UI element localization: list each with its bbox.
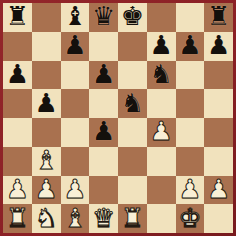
square-h3[interactable] <box>204 147 233 176</box>
square-e2[interactable] <box>118 176 147 205</box>
piece-white-knight[interactable]: ♞ <box>34 205 57 231</box>
piece-white-bishop[interactable]: ♝ <box>34 147 57 173</box>
square-d8[interactable]: ♛ <box>89 3 118 32</box>
chess-board-frame: ♜♝♛♚♜♟♟♟♟♟♟♞♟♞♟♟♝♟♟♟♟♟♜♞♝♛♜♚ <box>0 0 236 236</box>
square-e7[interactable] <box>118 32 147 61</box>
square-g2[interactable]: ♟ <box>176 176 205 205</box>
square-c8[interactable]: ♝ <box>61 3 90 32</box>
square-e8[interactable]: ♚ <box>118 3 147 32</box>
square-d3[interactable] <box>89 147 118 176</box>
piece-black-queen[interactable]: ♛ <box>92 3 115 29</box>
square-e1[interactable]: ♜ <box>118 204 147 233</box>
square-g8[interactable] <box>176 3 205 32</box>
square-a5[interactable] <box>3 89 32 118</box>
square-h7[interactable]: ♟ <box>204 32 233 61</box>
square-f4[interactable]: ♟ <box>147 118 176 147</box>
square-a8[interactable]: ♜ <box>3 3 32 32</box>
square-d5[interactable] <box>89 89 118 118</box>
square-d7[interactable] <box>89 32 118 61</box>
square-c2[interactable]: ♟ <box>61 176 90 205</box>
square-d2[interactable] <box>89 176 118 205</box>
piece-black-pawn[interactable]: ♟ <box>34 90 57 116</box>
square-f1[interactable] <box>147 204 176 233</box>
square-e4[interactable] <box>118 118 147 147</box>
square-g1[interactable]: ♚ <box>176 204 205 233</box>
piece-white-bishop[interactable]: ♝ <box>63 205 86 231</box>
square-b1[interactable]: ♞ <box>32 204 61 233</box>
piece-black-pawn[interactable]: ♟ <box>63 32 86 58</box>
square-c3[interactable] <box>61 147 90 176</box>
square-g7[interactable]: ♟ <box>176 32 205 61</box>
square-d4[interactable]: ♟ <box>89 118 118 147</box>
piece-black-knight[interactable]: ♞ <box>149 61 172 87</box>
piece-black-rook[interactable]: ♜ <box>207 3 230 29</box>
square-c7[interactable]: ♟ <box>61 32 90 61</box>
square-b8[interactable] <box>32 3 61 32</box>
piece-black-rook[interactable]: ♜ <box>6 3 29 29</box>
piece-black-pawn[interactable]: ♟ <box>6 61 29 87</box>
piece-white-rook[interactable]: ♜ <box>6 205 29 231</box>
square-g3[interactable] <box>176 147 205 176</box>
square-f8[interactable] <box>147 3 176 32</box>
piece-black-king[interactable]: ♚ <box>121 3 144 29</box>
square-c5[interactable] <box>61 89 90 118</box>
square-d1[interactable]: ♛ <box>89 204 118 233</box>
square-a2[interactable]: ♟ <box>3 176 32 205</box>
square-h6[interactable] <box>204 61 233 90</box>
square-c6[interactable] <box>61 61 90 90</box>
piece-black-pawn[interactable]: ♟ <box>149 32 172 58</box>
square-a3[interactable] <box>3 147 32 176</box>
square-h1[interactable] <box>204 204 233 233</box>
piece-white-king[interactable]: ♚ <box>178 205 201 231</box>
square-g5[interactable] <box>176 89 205 118</box>
square-d6[interactable]: ♟ <box>89 61 118 90</box>
piece-black-pawn[interactable]: ♟ <box>207 32 230 58</box>
piece-white-pawn[interactable]: ♟ <box>63 176 86 202</box>
square-f7[interactable]: ♟ <box>147 32 176 61</box>
piece-black-pawn[interactable]: ♟ <box>178 32 201 58</box>
square-f2[interactable] <box>147 176 176 205</box>
square-b3[interactable]: ♝ <box>32 147 61 176</box>
square-f6[interactable]: ♞ <box>147 61 176 90</box>
square-h8[interactable]: ♜ <box>204 3 233 32</box>
piece-white-pawn[interactable]: ♟ <box>149 118 172 144</box>
piece-black-pawn[interactable]: ♟ <box>92 61 115 87</box>
piece-black-knight[interactable]: ♞ <box>121 90 144 116</box>
square-a6[interactable]: ♟ <box>3 61 32 90</box>
square-h2[interactable]: ♟ <box>204 176 233 205</box>
piece-white-pawn[interactable]: ♟ <box>178 176 201 202</box>
piece-white-pawn[interactable]: ♟ <box>207 176 230 202</box>
square-h4[interactable] <box>204 118 233 147</box>
square-h5[interactable] <box>204 89 233 118</box>
square-e3[interactable] <box>118 147 147 176</box>
square-c1[interactable]: ♝ <box>61 204 90 233</box>
piece-white-pawn[interactable]: ♟ <box>6 176 29 202</box>
piece-white-queen[interactable]: ♛ <box>92 205 115 231</box>
piece-white-rook[interactable]: ♜ <box>121 205 144 231</box>
square-b2[interactable]: ♟ <box>32 176 61 205</box>
square-a1[interactable]: ♜ <box>3 204 32 233</box>
piece-black-bishop[interactable]: ♝ <box>63 3 86 29</box>
square-a4[interactable] <box>3 118 32 147</box>
square-b4[interactable] <box>32 118 61 147</box>
square-c4[interactable] <box>61 118 90 147</box>
square-b7[interactable] <box>32 32 61 61</box>
square-f3[interactable] <box>147 147 176 176</box>
chess-board: ♜♝♛♚♜♟♟♟♟♟♟♞♟♞♟♟♝♟♟♟♟♟♜♞♝♛♜♚ <box>3 3 233 233</box>
square-b5[interactable]: ♟ <box>32 89 61 118</box>
piece-black-pawn[interactable]: ♟ <box>92 118 115 144</box>
square-g6[interactable] <box>176 61 205 90</box>
square-b6[interactable] <box>32 61 61 90</box>
piece-white-pawn[interactable]: ♟ <box>34 176 57 202</box>
square-e6[interactable] <box>118 61 147 90</box>
square-f5[interactable] <box>147 89 176 118</box>
square-e5[interactable]: ♞ <box>118 89 147 118</box>
square-a7[interactable] <box>3 32 32 61</box>
square-g4[interactable] <box>176 118 205 147</box>
